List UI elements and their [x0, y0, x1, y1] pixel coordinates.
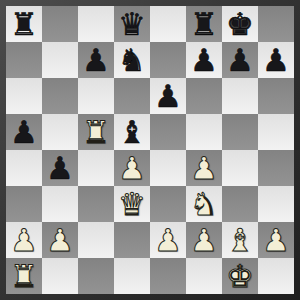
square-a1[interactable]: ♜ — [6, 258, 42, 294]
square-d8[interactable]: ♛ — [114, 6, 150, 42]
board-frame: ♜♛♜♚♟♞♟♟♟♟♟♜♝♟♟♟♛♞♟♟♟♟♝♟♜♚ — [0, 0, 300, 300]
square-a2[interactable]: ♟ — [6, 222, 42, 258]
square-e6[interactable]: ♟ — [150, 78, 186, 114]
square-b7[interactable] — [42, 42, 78, 78]
square-h6[interactable] — [258, 78, 294, 114]
white-pawn[interactable]: ♟ — [118, 150, 146, 186]
square-d2[interactable] — [114, 222, 150, 258]
black-pawn[interactable]: ♟ — [46, 150, 74, 186]
square-f5[interactable] — [186, 114, 222, 150]
chess-board: ♜♛♜♚♟♞♟♟♟♟♟♜♝♟♟♟♛♞♟♟♟♟♝♟♜♚ — [6, 6, 294, 294]
square-c4[interactable] — [78, 150, 114, 186]
black-pawn[interactable]: ♟ — [226, 42, 254, 78]
black-rook[interactable]: ♜ — [190, 6, 218, 42]
square-f2[interactable]: ♟ — [186, 222, 222, 258]
square-e8[interactable] — [150, 6, 186, 42]
square-f7[interactable]: ♟ — [186, 42, 222, 78]
square-d6[interactable] — [114, 78, 150, 114]
square-d3[interactable]: ♛ — [114, 186, 150, 222]
square-d4[interactable]: ♟ — [114, 150, 150, 186]
white-pawn[interactable]: ♟ — [46, 222, 74, 258]
square-h3[interactable] — [258, 186, 294, 222]
white-queen[interactable]: ♛ — [118, 186, 146, 222]
square-g8[interactable]: ♚ — [222, 6, 258, 42]
black-bishop[interactable]: ♝ — [118, 114, 146, 150]
square-c1[interactable] — [78, 258, 114, 294]
square-a7[interactable] — [6, 42, 42, 78]
square-g6[interactable] — [222, 78, 258, 114]
square-b6[interactable] — [42, 78, 78, 114]
black-pawn[interactable]: ♟ — [262, 42, 290, 78]
square-h8[interactable] — [258, 6, 294, 42]
square-e2[interactable]: ♟ — [150, 222, 186, 258]
white-pawn[interactable]: ♟ — [190, 222, 218, 258]
white-pawn[interactable]: ♟ — [262, 222, 290, 258]
white-knight[interactable]: ♞ — [190, 186, 218, 222]
square-b2[interactable]: ♟ — [42, 222, 78, 258]
square-c6[interactable] — [78, 78, 114, 114]
square-g1[interactable]: ♚ — [222, 258, 258, 294]
square-e4[interactable] — [150, 150, 186, 186]
square-g5[interactable] — [222, 114, 258, 150]
square-g2[interactable]: ♝ — [222, 222, 258, 258]
black-queen[interactable]: ♛ — [118, 6, 146, 42]
square-h4[interactable] — [258, 150, 294, 186]
square-b5[interactable] — [42, 114, 78, 150]
square-f1[interactable] — [186, 258, 222, 294]
square-d7[interactable]: ♞ — [114, 42, 150, 78]
square-g4[interactable] — [222, 150, 258, 186]
white-rook[interactable]: ♜ — [82, 114, 110, 150]
white-pawn[interactable]: ♟ — [190, 150, 218, 186]
square-b1[interactable] — [42, 258, 78, 294]
square-h7[interactable]: ♟ — [258, 42, 294, 78]
square-f8[interactable]: ♜ — [186, 6, 222, 42]
black-rook[interactable]: ♜ — [10, 6, 38, 42]
square-a3[interactable] — [6, 186, 42, 222]
square-c7[interactable]: ♟ — [78, 42, 114, 78]
square-f6[interactable] — [186, 78, 222, 114]
black-knight[interactable]: ♞ — [118, 42, 146, 78]
square-h2[interactable]: ♟ — [258, 222, 294, 258]
white-bishop[interactable]: ♝ — [226, 222, 254, 258]
square-e5[interactable] — [150, 114, 186, 150]
black-pawn[interactable]: ♟ — [10, 114, 38, 150]
square-e3[interactable] — [150, 186, 186, 222]
black-pawn[interactable]: ♟ — [154, 78, 182, 114]
black-king[interactable]: ♚ — [226, 6, 254, 42]
square-h1[interactable] — [258, 258, 294, 294]
square-g7[interactable]: ♟ — [222, 42, 258, 78]
square-c5[interactable]: ♜ — [78, 114, 114, 150]
black-pawn[interactable]: ♟ — [82, 42, 110, 78]
square-c3[interactable] — [78, 186, 114, 222]
square-a8[interactable]: ♜ — [6, 6, 42, 42]
square-c2[interactable] — [78, 222, 114, 258]
white-pawn[interactable]: ♟ — [154, 222, 182, 258]
square-c8[interactable] — [78, 6, 114, 42]
white-king[interactable]: ♚ — [226, 258, 254, 294]
black-pawn[interactable]: ♟ — [190, 42, 218, 78]
square-b3[interactable] — [42, 186, 78, 222]
square-g3[interactable] — [222, 186, 258, 222]
square-a4[interactable] — [6, 150, 42, 186]
square-d1[interactable] — [114, 258, 150, 294]
square-d5[interactable]: ♝ — [114, 114, 150, 150]
square-e1[interactable] — [150, 258, 186, 294]
white-pawn[interactable]: ♟ — [10, 222, 38, 258]
square-e7[interactable] — [150, 42, 186, 78]
square-f4[interactable]: ♟ — [186, 150, 222, 186]
square-f3[interactable]: ♞ — [186, 186, 222, 222]
square-a5[interactable]: ♟ — [6, 114, 42, 150]
square-b4[interactable]: ♟ — [42, 150, 78, 186]
square-a6[interactable] — [6, 78, 42, 114]
white-rook[interactable]: ♜ — [10, 258, 38, 294]
square-h5[interactable] — [258, 114, 294, 150]
square-b8[interactable] — [42, 6, 78, 42]
